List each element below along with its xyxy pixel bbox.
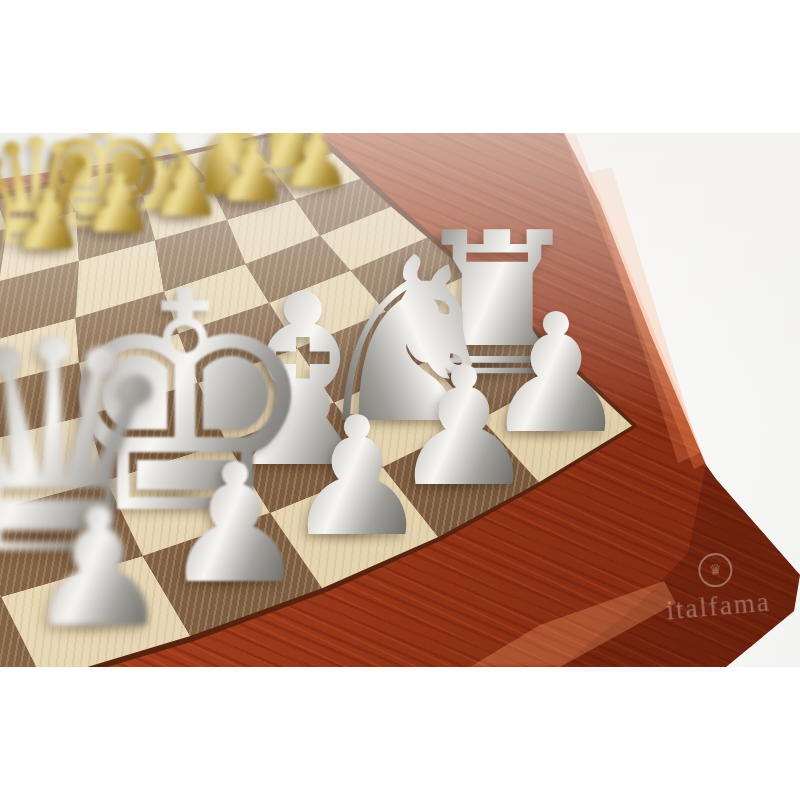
- crest-icon: ♛: [697, 552, 734, 589]
- piece-shadow: [505, 412, 588, 440]
- watermark: ♛ italfama: [644, 547, 792, 654]
- piece-shadow: [254, 443, 333, 469]
- piece-shadow: [306, 515, 389, 543]
- piece-shadow: [155, 206, 206, 223]
- piece-shadow: [448, 353, 527, 379]
- piece-shadow: [17, 239, 68, 256]
- piece-shadow: [221, 191, 272, 208]
- piece-shadow: [184, 562, 267, 590]
- piece-silver-king: ♚: [33, 253, 336, 556]
- page-canvas: ♜♞♝♚♛♟♟♟♟♟♜♞♝♚♛♟♟♟♟♟ ♛ italfama: [0, 0, 800, 800]
- watermark-text: italfama: [647, 585, 789, 628]
- piece-shadow: [285, 177, 336, 194]
- piece-shadow: [358, 399, 437, 425]
- piece-shadow: [87, 222, 138, 239]
- piece-shadow: [4, 525, 83, 551]
- piece-shadow: [47, 606, 130, 634]
- piece-shadow: [413, 465, 496, 493]
- photo-area: ♜♞♝♚♛♟♟♟♟♟♜♞♝♚♛♟♟♟♟♟ ♛ italfama: [0, 133, 800, 667]
- piece-silver-queen: ♛: [0, 302, 200, 595]
- piece-shadow: [136, 485, 215, 511]
